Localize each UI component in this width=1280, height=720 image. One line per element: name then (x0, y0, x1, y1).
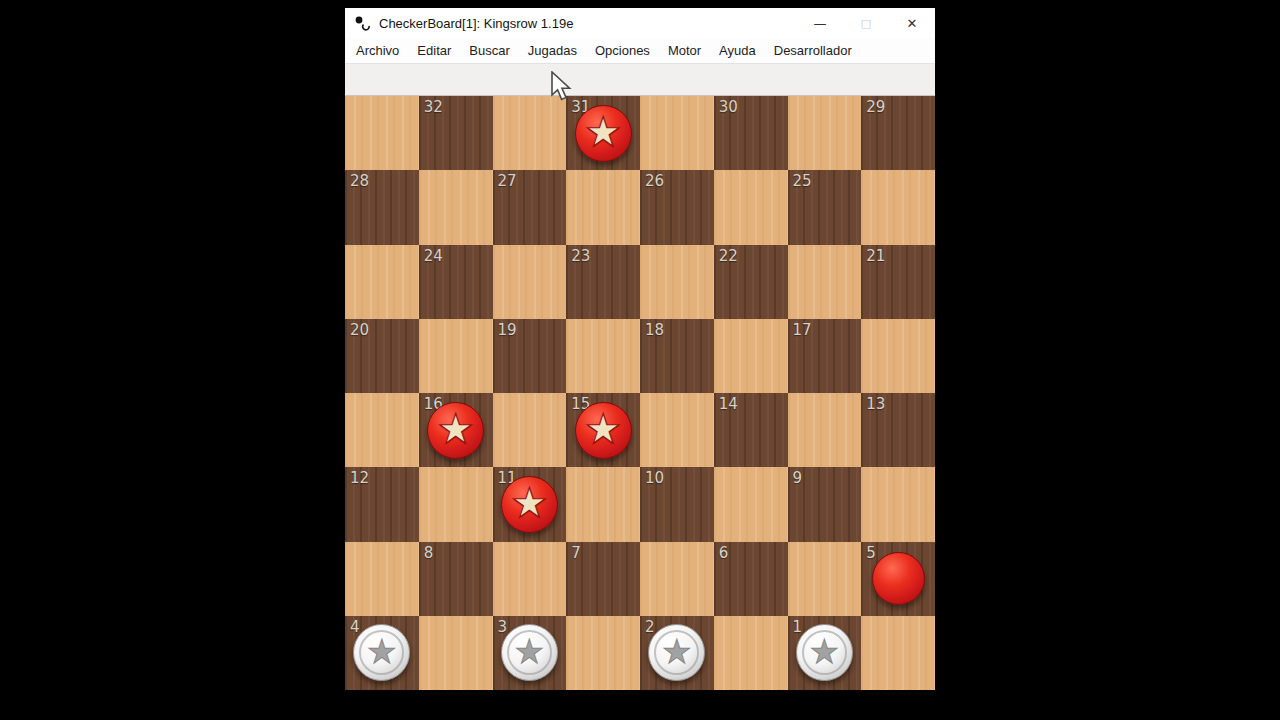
light-square (345, 542, 419, 616)
square-5[interactable]: 5 (861, 542, 935, 616)
square-7[interactable]: 7 (566, 542, 640, 616)
menu-jugadas[interactable]: Jugadas (519, 39, 586, 62)
white-king-piece[interactable]: ★ (501, 624, 558, 681)
square-number: 7 (571, 546, 581, 561)
light-square (714, 319, 788, 393)
menu-ayuda[interactable]: Ayuda (710, 39, 765, 62)
menu-motor[interactable]: Motor (659, 39, 710, 62)
red-king-piece[interactable]: ★ (575, 402, 632, 459)
light-square (566, 616, 640, 690)
mouse-cursor (551, 71, 577, 103)
light-square (493, 393, 567, 467)
checkerboard-window: CheckerBoard[1]: Kingsrow 1.19e — □ ✕ Ar… (345, 8, 935, 690)
light-square (640, 96, 714, 170)
square-17[interactable]: 17 (788, 319, 862, 393)
light-square (861, 170, 935, 244)
square-14[interactable]: 14 (714, 393, 788, 467)
square-number: 20 (350, 323, 369, 338)
menu-archivo[interactable]: Archivo (347, 39, 408, 62)
square-20[interactable]: 20 (345, 319, 419, 393)
square-19[interactable]: 19 (493, 319, 567, 393)
square-21[interactable]: 21 (861, 245, 935, 319)
light-square (419, 616, 493, 690)
menu-bar: ArchivoEditarBuscarJugadasOpcionesMotorA… (345, 38, 935, 64)
light-square (419, 170, 493, 244)
square-number: 10 (645, 471, 664, 486)
square-number: 29 (866, 100, 885, 115)
app-icon (354, 15, 372, 31)
light-square (345, 96, 419, 170)
square-number: 30 (719, 100, 738, 115)
square-30[interactable]: 30 (714, 96, 788, 170)
menu-buscar[interactable]: Buscar (460, 39, 518, 62)
square-number: 3 (498, 620, 508, 635)
square-number: 9 (793, 471, 803, 486)
square-number: 26 (645, 174, 664, 189)
square-26[interactable]: 26 (640, 170, 714, 244)
square-number: 32 (424, 100, 443, 115)
light-square (493, 542, 567, 616)
square-number: 1 (793, 620, 803, 635)
king-star-icon: ★ (511, 483, 548, 524)
square-number: 27 (498, 174, 517, 189)
light-square (345, 245, 419, 319)
square-32[interactable]: 32 (419, 96, 493, 170)
square-9[interactable]: 9 (788, 467, 862, 541)
light-square (861, 616, 935, 690)
king-star-icon: ★ (367, 635, 397, 668)
square-31[interactable]: 31★ (566, 96, 640, 170)
square-27[interactable]: 27 (493, 170, 567, 244)
square-number: 24 (424, 249, 443, 264)
light-square (345, 393, 419, 467)
red-king-piece[interactable]: ★ (575, 105, 632, 162)
square-2[interactable]: 2★ (640, 616, 714, 690)
light-square (788, 245, 862, 319)
red-king-piece[interactable]: ★ (501, 476, 558, 533)
light-square (419, 319, 493, 393)
square-number: 13 (866, 397, 885, 412)
square-number: 28 (350, 174, 369, 189)
light-square (640, 393, 714, 467)
square-number: 22 (719, 249, 738, 264)
square-number: 12 (350, 471, 369, 486)
menu-desarrollador[interactable]: Desarrollador (765, 39, 861, 62)
light-square (566, 467, 640, 541)
square-23[interactable]: 23 (566, 245, 640, 319)
square-number: 17 (793, 323, 812, 338)
light-square (640, 245, 714, 319)
square-11[interactable]: 11★ (493, 467, 567, 541)
white-king-piece[interactable]: ★ (353, 624, 410, 681)
menu-editar[interactable]: Editar (408, 39, 460, 62)
window-title: CheckerBoard[1]: Kingsrow 1.19e (379, 16, 573, 31)
king-star-icon: ★ (437, 409, 474, 450)
maximize-button[interactable]: □ (843, 8, 889, 38)
light-square (861, 467, 935, 541)
square-25[interactable]: 25 (788, 170, 862, 244)
king-star-icon: ★ (585, 112, 622, 153)
square-number: 18 (645, 323, 664, 338)
menu-opciones[interactable]: Opciones (586, 39, 659, 62)
light-square (788, 542, 862, 616)
light-square (861, 319, 935, 393)
square-16[interactable]: 16★ (419, 393, 493, 467)
light-square (566, 170, 640, 244)
light-square (788, 96, 862, 170)
king-star-icon: ★ (515, 635, 545, 668)
checkers-board: 3231★302928272625242322212019181716★15★1… (345, 96, 935, 690)
light-square (640, 542, 714, 616)
square-6[interactable]: 6 (714, 542, 788, 616)
close-button[interactable]: ✕ (889, 8, 935, 38)
square-number: 14 (719, 397, 738, 412)
light-square (493, 245, 567, 319)
square-number: 4 (350, 620, 360, 635)
square-22[interactable]: 22 (714, 245, 788, 319)
toolbar-strip (345, 64, 935, 96)
white-king-piece[interactable]: ★ (648, 624, 705, 681)
square-number: 2 (645, 620, 655, 635)
square-29[interactable]: 29 (861, 96, 935, 170)
red-man-piece[interactable] (872, 552, 925, 605)
light-square (419, 467, 493, 541)
square-10[interactable]: 10 (640, 467, 714, 541)
light-square (493, 96, 567, 170)
king-star-icon: ★ (585, 409, 622, 450)
king-star-icon: ★ (662, 635, 692, 668)
square-number: 25 (793, 174, 812, 189)
square-number: 19 (498, 323, 517, 338)
square-4[interactable]: 4★ (345, 616, 419, 690)
square-number: 5 (866, 546, 876, 561)
light-square (714, 467, 788, 541)
screen-background: CheckerBoard[1]: Kingsrow 1.19e — □ ✕ Ar… (0, 0, 1280, 720)
square-number: 23 (571, 249, 590, 264)
minimize-button[interactable]: — (797, 8, 843, 38)
square-28[interactable]: 28 (345, 170, 419, 244)
square-3[interactable]: 3★ (493, 616, 567, 690)
square-number: 8 (424, 546, 434, 561)
square-number: 21 (866, 249, 885, 264)
square-13[interactable]: 13 (861, 393, 935, 467)
square-15[interactable]: 15★ (566, 393, 640, 467)
title-bar[interactable]: CheckerBoard[1]: Kingsrow 1.19e — □ ✕ (345, 8, 935, 38)
window-controls: — □ ✕ (797, 8, 935, 38)
light-square (714, 616, 788, 690)
square-1[interactable]: 1★ (788, 616, 862, 690)
square-18[interactable]: 18 (640, 319, 714, 393)
king-star-icon: ★ (810, 635, 840, 668)
light-square (566, 319, 640, 393)
white-king-piece[interactable]: ★ (796, 624, 853, 681)
square-24[interactable]: 24 (419, 245, 493, 319)
square-number: 6 (719, 546, 729, 561)
square-8[interactable]: 8 (419, 542, 493, 616)
light-square (714, 170, 788, 244)
square-12[interactable]: 12 (345, 467, 419, 541)
light-square (788, 393, 862, 467)
red-king-piece[interactable]: ★ (427, 402, 484, 459)
